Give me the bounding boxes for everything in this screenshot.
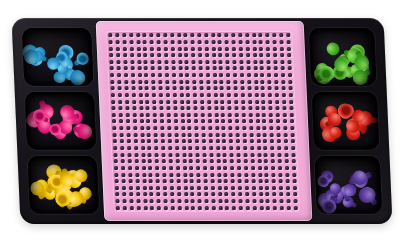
peg-hole[interactable] bbox=[270, 133, 274, 137]
peg-hole[interactable] bbox=[128, 166, 132, 170]
peg-hole[interactable] bbox=[251, 173, 255, 177]
peg-hole[interactable] bbox=[168, 139, 172, 143]
peg-hole[interactable] bbox=[164, 60, 168, 64]
peg-hole[interactable] bbox=[170, 33, 174, 37]
peg-hole[interactable] bbox=[201, 119, 205, 123]
peg-hole[interactable] bbox=[111, 86, 115, 90]
peg-hole[interactable] bbox=[238, 40, 242, 44]
peg-hole[interactable] bbox=[257, 166, 261, 170]
peg-hole[interactable] bbox=[155, 153, 159, 157]
peg-hole[interactable] bbox=[134, 146, 138, 150]
peg-hole[interactable] bbox=[139, 113, 143, 117]
peg-hole[interactable] bbox=[274, 66, 278, 70]
peg-hole[interactable] bbox=[248, 113, 252, 117]
peg-hole[interactable] bbox=[156, 33, 160, 37]
peg-hole[interactable] bbox=[246, 66, 250, 70]
peg-hole[interactable] bbox=[128, 159, 132, 163]
peg-hole[interactable] bbox=[140, 139, 144, 143]
peg-hole[interactable] bbox=[117, 80, 121, 84]
peg-hole[interactable] bbox=[129, 179, 133, 183]
peg-hole[interactable] bbox=[111, 93, 115, 97]
peg-hole[interactable] bbox=[179, 86, 183, 90]
peg-hole[interactable] bbox=[120, 146, 124, 150]
peg-hole[interactable] bbox=[293, 206, 297, 210]
peg-hole[interactable] bbox=[224, 186, 228, 190]
peg-hole[interactable] bbox=[148, 153, 152, 157]
peg-hole[interactable] bbox=[145, 80, 149, 84]
peg-hole[interactable] bbox=[285, 179, 289, 183]
peg-hole[interactable] bbox=[288, 80, 292, 84]
peg-hole[interactable] bbox=[210, 166, 214, 170]
peg-hole[interactable] bbox=[273, 53, 277, 57]
peg-hole[interactable] bbox=[206, 86, 210, 90]
peg-hole[interactable] bbox=[259, 40, 263, 44]
peg-hole[interactable] bbox=[186, 93, 190, 97]
peg-hole[interactable] bbox=[153, 113, 157, 117]
peg-hole[interactable] bbox=[265, 33, 269, 37]
peg-hole[interactable] bbox=[127, 133, 131, 137]
peg-hole[interactable] bbox=[178, 66, 182, 70]
peg-hole[interactable] bbox=[234, 100, 238, 104]
peg-hole[interactable] bbox=[190, 192, 194, 196]
peg-hole[interactable] bbox=[165, 73, 169, 77]
peg-hole[interactable] bbox=[119, 113, 123, 117]
peg-hole[interactable] bbox=[265, 173, 269, 177]
peg-hole[interactable] bbox=[209, 139, 213, 143]
peg-hole[interactable] bbox=[228, 106, 232, 110]
peg-hole[interactable] bbox=[147, 126, 151, 130]
peg-hole[interactable] bbox=[184, 206, 188, 210]
peg-hole[interactable] bbox=[124, 66, 128, 70]
peg-hole[interactable] bbox=[171, 60, 175, 64]
peg-hole[interactable] bbox=[164, 199, 168, 203]
peg-hole[interactable] bbox=[276, 126, 280, 130]
peg-hole[interactable] bbox=[120, 133, 124, 137]
peg-hole[interactable] bbox=[138, 73, 142, 77]
peg-hole[interactable] bbox=[191, 40, 195, 44]
peg-hole[interactable] bbox=[268, 86, 272, 90]
peg-hole[interactable] bbox=[140, 126, 144, 130]
peg-hole[interactable] bbox=[152, 93, 156, 97]
peg-hole[interactable] bbox=[217, 179, 221, 183]
peg-hole[interactable] bbox=[265, 179, 269, 183]
peg-hole[interactable] bbox=[283, 119, 287, 123]
peg-hole[interactable] bbox=[147, 133, 151, 137]
peg-hole[interactable] bbox=[226, 60, 230, 64]
peg-hole[interactable] bbox=[165, 86, 169, 90]
peg-hole[interactable] bbox=[247, 86, 251, 90]
peg-hole[interactable] bbox=[255, 106, 259, 110]
peg-hole[interactable] bbox=[228, 119, 232, 123]
peg-hole[interactable] bbox=[151, 60, 155, 64]
peg-hole[interactable] bbox=[175, 146, 179, 150]
peg-hole[interactable] bbox=[257, 159, 261, 163]
peg-hole[interactable] bbox=[115, 179, 119, 183]
peg-hole[interactable] bbox=[183, 173, 187, 177]
peg-hole[interactable] bbox=[146, 106, 150, 110]
tray-red-pegs[interactable] bbox=[312, 92, 380, 150]
peg-hole[interactable] bbox=[201, 126, 205, 130]
peg-hole[interactable] bbox=[122, 186, 126, 190]
peg-hole[interactable] bbox=[191, 53, 195, 57]
peg-hole[interactable] bbox=[136, 47, 140, 51]
peg-hole[interactable] bbox=[291, 146, 295, 150]
peg-hole[interactable] bbox=[277, 153, 281, 157]
peg-hole[interactable] bbox=[211, 40, 215, 44]
peg-hole[interactable] bbox=[225, 199, 229, 203]
peg-hole[interactable] bbox=[242, 133, 246, 137]
peg-hole[interactable] bbox=[211, 47, 215, 51]
peg-hole[interactable] bbox=[127, 153, 131, 157]
peg-hole[interactable] bbox=[154, 139, 158, 143]
peg-hole[interactable] bbox=[270, 146, 274, 150]
peg-hole[interactable] bbox=[286, 199, 290, 203]
peg-hole[interactable] bbox=[247, 93, 251, 97]
peg-hole[interactable] bbox=[277, 146, 281, 150]
peg-hole[interactable] bbox=[189, 153, 193, 157]
peg-hole[interactable] bbox=[268, 100, 272, 104]
peg-hole[interactable] bbox=[163, 33, 167, 37]
peg-hole[interactable] bbox=[157, 60, 161, 64]
peg-hole[interactable] bbox=[218, 47, 222, 51]
peg-hole[interactable] bbox=[144, 53, 148, 57]
peg-hole[interactable] bbox=[291, 159, 295, 163]
peg-hole[interactable] bbox=[171, 53, 175, 57]
peg-hole[interactable] bbox=[293, 192, 297, 196]
peg-hole[interactable] bbox=[157, 40, 161, 44]
peg-hole[interactable] bbox=[155, 166, 159, 170]
peg-hole[interactable] bbox=[114, 166, 118, 170]
peg-hole[interactable] bbox=[232, 60, 236, 64]
peg-hole[interactable] bbox=[204, 199, 208, 203]
peg-hole[interactable] bbox=[109, 47, 113, 51]
peg-hole[interactable] bbox=[278, 173, 282, 177]
peg-hole[interactable] bbox=[183, 166, 187, 170]
peg-hole[interactable] bbox=[110, 66, 114, 70]
peg-hole[interactable] bbox=[242, 119, 246, 123]
peg-hole[interactable] bbox=[156, 186, 160, 190]
peg-hole[interactable] bbox=[145, 86, 149, 90]
peg-hole[interactable] bbox=[271, 159, 275, 163]
peg-hole[interactable] bbox=[229, 139, 233, 143]
peg-hole[interactable] bbox=[279, 199, 283, 203]
peg-hole[interactable] bbox=[191, 206, 195, 210]
peg-hole[interactable] bbox=[272, 179, 276, 183]
peg-hole[interactable] bbox=[203, 159, 207, 163]
peg-hole[interactable] bbox=[173, 113, 177, 117]
peg-hole[interactable] bbox=[123, 47, 127, 51]
peg-hole[interactable] bbox=[114, 159, 118, 163]
peg-hole[interactable] bbox=[177, 47, 181, 51]
peg-hole[interactable] bbox=[137, 60, 141, 64]
peg-hole[interactable] bbox=[216, 159, 220, 163]
peg-hole[interactable] bbox=[185, 73, 189, 77]
peg-hole[interactable] bbox=[258, 173, 262, 177]
peg-hole[interactable] bbox=[205, 60, 209, 64]
peg-hole[interactable] bbox=[210, 179, 214, 183]
peg-hole[interactable] bbox=[171, 66, 175, 70]
peg-hole[interactable] bbox=[265, 186, 269, 190]
peg-hole[interactable] bbox=[273, 47, 277, 51]
peg-hole[interactable] bbox=[245, 192, 249, 196]
peg-hole[interactable] bbox=[249, 139, 253, 143]
peg-hole[interactable] bbox=[125, 106, 129, 110]
peg-hole[interactable] bbox=[150, 199, 154, 203]
peg-hole[interactable] bbox=[233, 66, 237, 70]
peg-hole[interactable] bbox=[219, 60, 223, 64]
peg-hole[interactable] bbox=[256, 126, 260, 130]
magenta-pink-peg[interactable] bbox=[59, 104, 81, 120]
peg-hole[interactable] bbox=[200, 100, 204, 104]
peg-hole[interactable] bbox=[194, 106, 198, 110]
peg-hole[interactable] bbox=[269, 119, 273, 123]
peg-hole[interactable] bbox=[217, 173, 221, 177]
peg-hole[interactable] bbox=[260, 66, 264, 70]
peg-hole[interactable] bbox=[190, 186, 194, 190]
peg-hole[interactable] bbox=[286, 40, 290, 44]
peg-hole[interactable] bbox=[172, 86, 176, 90]
peg-hole[interactable] bbox=[239, 53, 243, 57]
tray-green-pegs[interactable] bbox=[309, 28, 377, 86]
peg-hole[interactable] bbox=[118, 93, 122, 97]
peg-hole[interactable] bbox=[126, 119, 130, 123]
peg-hole[interactable] bbox=[224, 179, 228, 183]
peg-hole[interactable] bbox=[122, 40, 126, 44]
peg-hole[interactable] bbox=[231, 186, 235, 190]
peg-hole[interactable] bbox=[270, 139, 274, 143]
peg-hole[interactable] bbox=[123, 199, 127, 203]
peg-hole[interactable] bbox=[272, 40, 276, 44]
peg-hole[interactable] bbox=[154, 126, 158, 130]
peg-hole[interactable] bbox=[161, 153, 165, 157]
peg-hole[interactable] bbox=[146, 119, 150, 123]
peg-hole[interactable] bbox=[130, 47, 134, 51]
peg-hole[interactable] bbox=[169, 166, 173, 170]
peg-hole[interactable] bbox=[292, 173, 296, 177]
peg-hole[interactable] bbox=[184, 33, 188, 37]
peg-hole[interactable] bbox=[221, 119, 225, 123]
peg-hole[interactable] bbox=[156, 192, 160, 196]
peg-hole[interactable] bbox=[211, 192, 215, 196]
peg-hole[interactable] bbox=[248, 106, 252, 110]
peg-hole[interactable] bbox=[215, 133, 219, 137]
peg-hole[interactable] bbox=[208, 126, 212, 130]
peg-hole[interactable] bbox=[252, 199, 256, 203]
peg-hole[interactable] bbox=[260, 73, 264, 77]
peg-hole[interactable] bbox=[180, 119, 184, 123]
peg-hole[interactable] bbox=[211, 186, 215, 190]
peg-hole[interactable] bbox=[173, 106, 177, 110]
peg-hole[interactable] bbox=[116, 40, 120, 44]
peg-hole[interactable] bbox=[179, 80, 183, 84]
peg-hole[interactable] bbox=[162, 166, 166, 170]
peg-hole[interactable] bbox=[259, 199, 263, 203]
peg-hole[interactable] bbox=[238, 192, 242, 196]
peg-hole[interactable] bbox=[217, 166, 221, 170]
peg-hole[interactable] bbox=[116, 192, 120, 196]
peg-hole[interactable] bbox=[225, 192, 229, 196]
peg-hole[interactable] bbox=[239, 60, 243, 64]
peg-hole[interactable] bbox=[146, 113, 150, 117]
peg-hole[interactable] bbox=[293, 199, 297, 203]
peg-hole[interactable] bbox=[232, 53, 236, 57]
peg-hole[interactable] bbox=[274, 80, 278, 84]
peg-hole[interactable] bbox=[141, 153, 145, 157]
peg-hole[interactable] bbox=[117, 60, 121, 64]
peg-hole[interactable] bbox=[267, 73, 271, 77]
peg-hole[interactable] bbox=[266, 199, 270, 203]
peg-hole[interactable] bbox=[117, 73, 121, 77]
peg-hole[interactable] bbox=[136, 199, 140, 203]
peg-hole[interactable] bbox=[130, 60, 134, 64]
peg-hole[interactable] bbox=[152, 86, 156, 90]
peg-hole[interactable] bbox=[249, 133, 253, 137]
peg-hole[interactable] bbox=[203, 173, 207, 177]
peg-hole[interactable] bbox=[139, 106, 143, 110]
peg-hole[interactable] bbox=[205, 47, 209, 51]
peg-hole[interactable] bbox=[274, 73, 278, 77]
peg-hole[interactable] bbox=[218, 33, 222, 37]
peg-hole[interactable] bbox=[226, 66, 230, 70]
peg-hole[interactable] bbox=[286, 47, 290, 51]
peg-hole[interactable] bbox=[225, 53, 229, 57]
peg-hole[interactable] bbox=[175, 153, 179, 157]
peg-hole[interactable] bbox=[267, 66, 271, 70]
peg-hole[interactable] bbox=[154, 133, 158, 137]
peg-hole[interactable] bbox=[245, 199, 249, 203]
peg-hole[interactable] bbox=[213, 93, 217, 97]
peg-hole[interactable] bbox=[210, 173, 214, 177]
peg-hole[interactable] bbox=[165, 80, 169, 84]
peg-hole[interactable] bbox=[128, 173, 132, 177]
peg-hole[interactable] bbox=[212, 66, 216, 70]
peg-hole[interactable] bbox=[209, 146, 213, 150]
peg-hole[interactable] bbox=[269, 113, 273, 117]
peg-hole[interactable] bbox=[182, 159, 186, 163]
tray-yellow-pegs[interactable] bbox=[28, 156, 100, 214]
peg-hole[interactable] bbox=[201, 133, 205, 137]
peg-hole[interactable] bbox=[271, 173, 275, 177]
peg-hole[interactable] bbox=[266, 60, 270, 64]
peg-hole[interactable] bbox=[134, 153, 138, 157]
peg-hole[interactable] bbox=[202, 146, 206, 150]
peg-hole[interactable] bbox=[263, 146, 267, 150]
peg-hole[interactable] bbox=[177, 40, 181, 44]
peg-hole[interactable] bbox=[201, 113, 205, 117]
peg-hole[interactable] bbox=[182, 146, 186, 150]
peg-hole[interactable] bbox=[218, 192, 222, 196]
peg-hole[interactable] bbox=[244, 166, 248, 170]
peg-hole[interactable] bbox=[292, 179, 296, 183]
peg-hole[interactable] bbox=[131, 73, 135, 77]
peg-hole[interactable] bbox=[129, 192, 133, 196]
peg-hole[interactable] bbox=[165, 66, 169, 70]
peg-hole[interactable] bbox=[219, 73, 223, 77]
peg-hole[interactable] bbox=[177, 192, 181, 196]
peg-hole[interactable] bbox=[193, 100, 197, 104]
peg-hole[interactable] bbox=[194, 113, 198, 117]
peg-hole[interactable] bbox=[227, 100, 231, 104]
peg-hole[interactable] bbox=[186, 100, 190, 104]
peg-hole[interactable] bbox=[197, 40, 201, 44]
peg-hole[interactable] bbox=[225, 47, 229, 51]
peg-hole[interactable] bbox=[125, 93, 129, 97]
peg-hole[interactable] bbox=[237, 159, 241, 163]
peg-hole[interactable] bbox=[200, 93, 204, 97]
peg-hole[interactable] bbox=[215, 119, 219, 123]
peg-hole[interactable] bbox=[129, 33, 133, 37]
peg-hole[interactable] bbox=[196, 166, 200, 170]
peg-hole[interactable] bbox=[260, 60, 264, 64]
peg-hole[interactable] bbox=[184, 53, 188, 57]
peg-hole[interactable] bbox=[149, 33, 153, 37]
peg-hole[interactable] bbox=[282, 100, 286, 104]
peg-hole[interactable] bbox=[264, 166, 268, 170]
peg-hole[interactable] bbox=[277, 139, 281, 143]
peg-hole[interactable] bbox=[240, 80, 244, 84]
peg-hole[interactable] bbox=[187, 106, 191, 110]
peg-hole[interactable] bbox=[166, 106, 170, 110]
peg-hole[interactable] bbox=[149, 179, 153, 183]
peg-hole[interactable] bbox=[176, 166, 180, 170]
peg-hole[interactable] bbox=[138, 80, 142, 84]
peg-hole[interactable] bbox=[221, 106, 225, 110]
peg-hole[interactable] bbox=[252, 192, 256, 196]
peg-hole[interactable] bbox=[164, 47, 168, 51]
peg-hole[interactable] bbox=[232, 199, 236, 203]
peg-hole[interactable] bbox=[258, 33, 262, 37]
peg-hole[interactable] bbox=[168, 153, 172, 157]
peg-hole[interactable] bbox=[218, 206, 222, 210]
peg-hole[interactable] bbox=[149, 173, 153, 177]
peg-hole[interactable] bbox=[197, 179, 201, 183]
peg-hole[interactable] bbox=[137, 66, 141, 70]
peg-hole[interactable] bbox=[159, 106, 163, 110]
peg-hole[interactable] bbox=[232, 40, 236, 44]
peg-hole[interactable] bbox=[149, 186, 153, 190]
peg-hole[interactable] bbox=[116, 47, 120, 51]
peg-hole[interactable] bbox=[267, 80, 271, 84]
peg-hole[interactable] bbox=[275, 100, 279, 104]
peg-hole[interactable] bbox=[236, 139, 240, 143]
peg-hole[interactable] bbox=[172, 73, 176, 77]
peg-hole[interactable] bbox=[189, 159, 193, 163]
peg-hole[interactable] bbox=[196, 173, 200, 177]
peg-hole[interactable] bbox=[283, 133, 287, 137]
peg-hole[interactable] bbox=[162, 173, 166, 177]
peg-hole[interactable] bbox=[133, 126, 137, 130]
peg-hole[interactable] bbox=[212, 53, 216, 57]
peg-hole[interactable] bbox=[234, 106, 238, 110]
peg-hole[interactable] bbox=[207, 93, 211, 97]
peg-hole[interactable] bbox=[281, 86, 285, 90]
peg-hole[interactable] bbox=[185, 66, 189, 70]
peg-hole[interactable] bbox=[114, 153, 118, 157]
peg-hole[interactable] bbox=[140, 133, 144, 137]
peg-hole[interactable] bbox=[169, 179, 173, 183]
peg-hole[interactable] bbox=[262, 119, 266, 123]
peg-hole[interactable] bbox=[266, 47, 270, 51]
peg-hole[interactable] bbox=[142, 173, 146, 177]
peg-hole[interactable] bbox=[285, 166, 289, 170]
peg-hole[interactable] bbox=[141, 159, 145, 163]
peg-hole[interactable] bbox=[192, 66, 196, 70]
peg-hole[interactable] bbox=[121, 153, 125, 157]
peg-hole[interactable] bbox=[243, 153, 247, 157]
peg-hole[interactable] bbox=[182, 153, 186, 157]
peg-hole[interactable] bbox=[161, 139, 165, 143]
peg-hole[interactable] bbox=[242, 113, 246, 117]
